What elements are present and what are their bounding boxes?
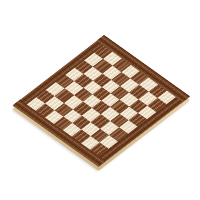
chess-board xyxy=(12,35,190,168)
board-playing-field xyxy=(27,45,176,156)
product-photo xyxy=(0,0,200,200)
